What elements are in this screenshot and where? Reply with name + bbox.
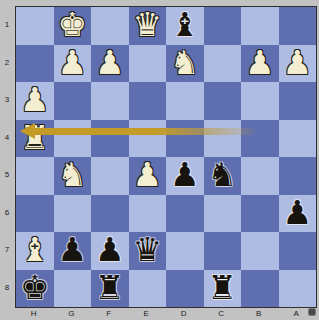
square-a6[interactable]: ♟ [279, 195, 317, 233]
square-c6[interactable] [204, 195, 242, 233]
piece-wN[interactable]: ♞ [170, 46, 200, 79]
chess-board-screenshot: ♚♛♝♟♟♞♟♟♟♜♞♟♟♞♟♝♟♟♛♚♜♜ 12345678 HGFEDCBA [0, 0, 319, 320]
square-b7[interactable] [241, 232, 279, 270]
square-f4[interactable] [91, 120, 129, 158]
square-e7[interactable]: ♛ [129, 232, 167, 270]
square-g7[interactable]: ♟ [54, 232, 92, 270]
square-d4[interactable] [166, 120, 204, 158]
square-f6[interactable] [91, 195, 129, 233]
rank-label-5: 5 [0, 156, 14, 194]
square-d6[interactable] [166, 195, 204, 233]
square-h4[interactable]: ♜ [16, 120, 54, 158]
file-label-f: F [90, 306, 128, 320]
rank-label-3: 3 [0, 81, 14, 119]
rank-label-2: 2 [0, 44, 14, 82]
square-h6[interactable] [16, 195, 54, 233]
piece-wK[interactable]: ♚ [57, 8, 87, 41]
square-a5[interactable] [279, 157, 317, 195]
square-f8[interactable]: ♜ [91, 270, 129, 308]
square-c1[interactable] [204, 7, 242, 45]
square-a4[interactable] [279, 120, 317, 158]
rank-label-8: 8 [0, 269, 14, 307]
square-h1[interactable] [16, 7, 54, 45]
square-d5[interactable]: ♟ [166, 157, 204, 195]
square-e2[interactable] [129, 45, 167, 83]
piece-wP[interactable]: ♟ [245, 46, 275, 79]
square-f1[interactable] [91, 7, 129, 45]
rank-label-7: 7 [0, 231, 14, 269]
piece-bB[interactable]: ♝ [170, 8, 200, 41]
square-b3[interactable] [241, 82, 279, 120]
square-a7[interactable] [279, 232, 317, 270]
square-c5[interactable]: ♞ [204, 157, 242, 195]
square-g1[interactable]: ♚ [54, 7, 92, 45]
square-f2[interactable]: ♟ [91, 45, 129, 83]
piece-bR[interactable]: ♜ [207, 271, 237, 304]
piece-wP[interactable]: ♟ [57, 46, 87, 79]
square-e4[interactable] [129, 120, 167, 158]
square-c7[interactable] [204, 232, 242, 270]
square-g2[interactable]: ♟ [54, 45, 92, 83]
piece-wP[interactable]: ♟ [20, 83, 50, 116]
rank-label-4: 4 [0, 119, 14, 157]
square-b4[interactable] [241, 120, 279, 158]
square-g5[interactable]: ♞ [54, 157, 92, 195]
piece-wB[interactable]: ♝ [20, 233, 50, 266]
square-d7[interactable] [166, 232, 204, 270]
piece-wN[interactable]: ♞ [57, 158, 87, 191]
square-b6[interactable] [241, 195, 279, 233]
square-h2[interactable] [16, 45, 54, 83]
file-label-d: D [165, 306, 203, 320]
file-label-h: H [15, 306, 53, 320]
square-e1[interactable]: ♛ [129, 7, 167, 45]
piece-bN[interactable]: ♞ [207, 158, 237, 191]
square-h3[interactable]: ♟ [16, 82, 54, 120]
square-h7[interactable]: ♝ [16, 232, 54, 270]
square-f7[interactable]: ♟ [91, 232, 129, 270]
piece-bK[interactable]: ♚ [20, 271, 50, 304]
square-f5[interactable] [91, 157, 129, 195]
file-label-b: B [240, 306, 278, 320]
square-d1[interactable]: ♝ [166, 7, 204, 45]
square-c4[interactable] [204, 120, 242, 158]
piece-bQ[interactable]: ♛ [132, 233, 162, 266]
square-g6[interactable] [54, 195, 92, 233]
file-label-c: C [203, 306, 241, 320]
square-d2[interactable]: ♞ [166, 45, 204, 83]
file-label-e: E [128, 306, 166, 320]
square-b8[interactable] [241, 270, 279, 308]
tiny-corner-mark-icon [308, 308, 316, 316]
square-a3[interactable] [279, 82, 317, 120]
square-d3[interactable] [166, 82, 204, 120]
square-c3[interactable] [204, 82, 242, 120]
piece-bP[interactable]: ♟ [170, 158, 200, 191]
square-a1[interactable] [279, 7, 317, 45]
square-g4[interactable] [54, 120, 92, 158]
piece-wP[interactable]: ♟ [132, 158, 162, 191]
rank-label-6: 6 [0, 194, 14, 232]
square-a8[interactable] [279, 270, 317, 308]
square-e5[interactable]: ♟ [129, 157, 167, 195]
square-g3[interactable] [54, 82, 92, 120]
file-label-g: G [53, 306, 91, 320]
piece-bP[interactable]: ♟ [95, 233, 125, 266]
square-f3[interactable] [91, 82, 129, 120]
piece-wP[interactable]: ♟ [282, 46, 312, 79]
square-a2[interactable]: ♟ [279, 45, 317, 83]
square-b1[interactable] [241, 7, 279, 45]
piece-bR[interactable]: ♜ [95, 271, 125, 304]
square-d8[interactable] [166, 270, 204, 308]
piece-wP[interactable]: ♟ [95, 46, 125, 79]
square-e3[interactable] [129, 82, 167, 120]
square-e6[interactable] [129, 195, 167, 233]
square-g8[interactable] [54, 270, 92, 308]
piece-wQ[interactable]: ♛ [132, 8, 162, 41]
square-b5[interactable] [241, 157, 279, 195]
piece-bP[interactable]: ♟ [57, 233, 87, 266]
square-h8[interactable]: ♚ [16, 270, 54, 308]
chess-board: ♚♛♝♟♟♞♟♟♟♜♞♟♟♞♟♝♟♟♛♚♜♜ [15, 6, 317, 308]
square-h5[interactable] [16, 157, 54, 195]
piece-bP[interactable]: ♟ [282, 196, 312, 229]
square-e8[interactable] [129, 270, 167, 308]
square-b2[interactable]: ♟ [241, 45, 279, 83]
piece-wR[interactable]: ♜ [20, 121, 50, 154]
square-c8[interactable]: ♜ [204, 270, 242, 308]
square-c2[interactable] [204, 45, 242, 83]
rank-label-1: 1 [0, 6, 14, 44]
